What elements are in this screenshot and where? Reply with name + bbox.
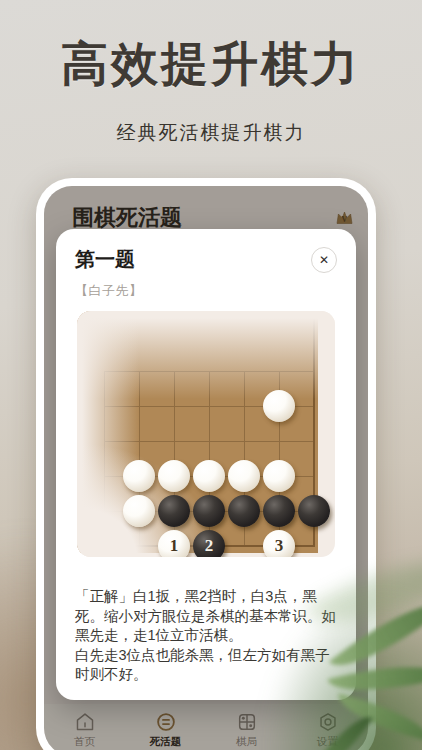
white-stone: [123, 495, 155, 527]
black-stone: [298, 495, 330, 527]
subheadline: 经典死活棋提升棋力: [0, 120, 422, 146]
move-1-stone: 1: [158, 530, 190, 557]
headline: 高效提升棋力: [0, 33, 422, 96]
black-stone: [228, 495, 260, 527]
white-stone: [158, 460, 190, 492]
solution-text: 「正解」白1扳，黑2挡时，白3点，黑死。缩小对方眼位是杀棋的基本常识。如黑先走，…: [75, 587, 337, 685]
white-stone: [263, 460, 295, 492]
move-number: 3: [263, 530, 295, 557]
black-stone: [193, 495, 225, 527]
move-number: 1: [158, 530, 190, 557]
black-stone: [263, 495, 295, 527]
white-stone: [193, 460, 225, 492]
modal-header: 第一题 ✕: [75, 246, 337, 273]
white-stone: [263, 390, 295, 422]
white-stone: [228, 460, 260, 492]
solution-paragraph: 「正解」白1扳，黑2挡时，白3点，黑死。缩小对方眼位是杀棋的基本常识。如黑先走，…: [75, 587, 337, 646]
solution-paragraph: 白先走3位点也能杀黑，但左方如有黑子时则不好。: [75, 646, 337, 685]
turn-indicator: 【白子先】: [75, 282, 337, 300]
white-stone: [123, 460, 155, 492]
close-icon: ✕: [319, 253, 329, 267]
problem-title: 第一题: [75, 246, 135, 273]
phone-screen: 围棋死活题 V 首页死活题棋局设置 第一题 ✕ 【白子先】: [44, 186, 368, 750]
phone-mockup: 围棋死活题 V 首页死活题棋局设置 第一题 ✕ 【白子先】: [36, 178, 376, 750]
black-stone: [158, 495, 190, 527]
problem-modal: 第一题 ✕ 【白子先】 123 「正解」白1扳: [56, 229, 356, 700]
go-board-diagram: 123: [77, 311, 335, 557]
header: 高效提升棋力 经典死活棋提升棋力: [0, 0, 422, 146]
move-2-stone: 2: [193, 530, 225, 557]
app-store-screenshot: 高效提升棋力 经典死活棋提升棋力 围棋死活题 V 首页死活题棋局设置 第一题 ✕: [0, 0, 422, 750]
close-button[interactable]: ✕: [311, 247, 337, 273]
move-number: 2: [193, 530, 225, 557]
move-3-stone: 3: [263, 530, 295, 557]
